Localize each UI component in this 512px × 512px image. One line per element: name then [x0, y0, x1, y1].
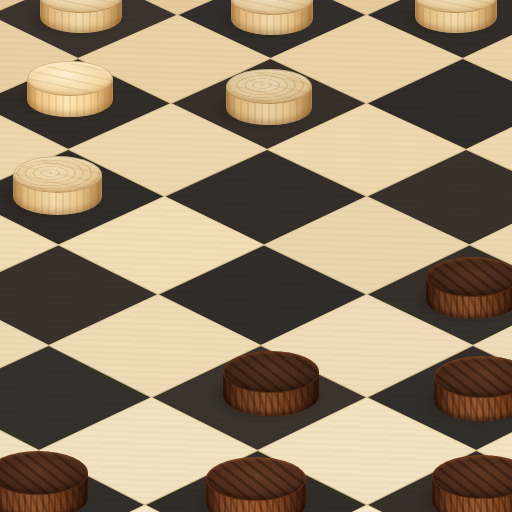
checker-piece-light[interactable] [13, 156, 102, 215]
checker-piece-light[interactable] [27, 61, 113, 117]
checker-piece-light[interactable] [226, 69, 312, 125]
checker-piece-dark[interactable] [223, 351, 319, 416]
checker-piece-light[interactable] [40, 0, 122, 33]
checker-piece-light[interactable] [231, 0, 313, 35]
checker-piece-dark[interactable] [0, 451, 88, 512]
checkers-board-photo [0, 0, 512, 512]
piece-top-face [223, 351, 319, 393]
piece-top-face [206, 457, 306, 501]
piece-top-face [226, 69, 312, 104]
pieces-layer [0, 0, 512, 512]
piece-top-face [426, 257, 512, 296]
checker-piece-dark[interactable] [206, 457, 306, 512]
checker-piece-dark[interactable] [434, 356, 512, 421]
piece-top-face [434, 356, 512, 398]
checker-piece-dark[interactable] [432, 455, 512, 512]
checker-piece-light[interactable] [415, 0, 497, 33]
piece-top-face [0, 451, 88, 495]
checker-piece-dark[interactable] [426, 257, 512, 319]
piece-top-face [27, 61, 113, 96]
